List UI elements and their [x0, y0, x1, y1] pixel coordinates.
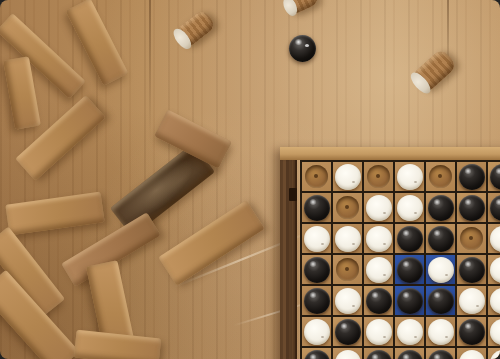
white-piece — [490, 350, 500, 359]
black-piece — [304, 288, 330, 314]
black-piece — [459, 319, 485, 345]
black-piece — [459, 164, 485, 190]
wood-block — [73, 330, 160, 359]
photo-scene — [0, 0, 500, 359]
empty-hole — [429, 165, 452, 188]
board-cell[interactable] — [302, 162, 331, 191]
board-cell[interactable] — [302, 348, 331, 359]
white-piece — [490, 288, 500, 314]
board-cell[interactable] — [302, 193, 331, 222]
board-frame-left — [280, 157, 297, 359]
empty-hole — [460, 227, 483, 250]
white-piece — [490, 226, 500, 252]
board-cell[interactable] — [333, 193, 362, 222]
black-piece — [335, 319, 361, 345]
white-piece — [366, 257, 392, 283]
board-hinge-notch — [289, 188, 297, 201]
board-cell[interactable] — [488, 255, 500, 284]
wood-block — [5, 191, 104, 235]
board-frame-top-edge — [280, 147, 500, 160]
board-cell[interactable] — [333, 255, 362, 284]
white-piece — [335, 288, 361, 314]
white-piece — [335, 350, 361, 359]
black-piece — [490, 164, 500, 190]
board-cell[interactable] — [457, 348, 486, 359]
board-cell[interactable] — [426, 255, 455, 284]
board-cell[interactable] — [488, 193, 500, 222]
board-cell[interactable] — [302, 317, 331, 346]
wood-cylinder — [410, 48, 457, 94]
board-cell[interactable] — [457, 286, 486, 315]
black-piece — [304, 350, 330, 359]
white-piece — [335, 164, 361, 190]
black-piece — [397, 226, 423, 252]
white-piece — [397, 195, 423, 221]
board-cell[interactable] — [333, 162, 362, 191]
black-piece — [428, 195, 454, 221]
board-cell[interactable] — [302, 286, 331, 315]
board-cell[interactable] — [364, 193, 393, 222]
white-piece — [366, 195, 392, 221]
white-piece — [428, 319, 454, 345]
black-piece — [459, 257, 485, 283]
board-cell[interactable] — [488, 317, 500, 346]
board-cell[interactable] — [395, 255, 424, 284]
white-piece — [459, 288, 485, 314]
wood-cylinder — [173, 9, 216, 50]
board-cell[interactable] — [302, 224, 331, 253]
black-piece — [397, 257, 423, 283]
black-piece — [490, 195, 500, 221]
white-piece — [459, 350, 485, 359]
board-cell[interactable] — [457, 317, 486, 346]
black-piece — [366, 288, 392, 314]
wood-cylinder — [284, 0, 321, 16]
white-piece — [304, 226, 330, 252]
board-cell[interactable] — [364, 286, 393, 315]
board-cell[interactable] — [488, 162, 500, 191]
black-piece — [428, 288, 454, 314]
board-cell[interactable] — [395, 224, 424, 253]
black-piece — [459, 195, 485, 221]
black-piece — [428, 350, 454, 359]
board-cell[interactable] — [333, 348, 362, 359]
plank-seam — [447, 0, 449, 90]
black-piece — [397, 288, 423, 314]
board-cell[interactable] — [457, 224, 486, 253]
cylinder-end-cap — [407, 69, 433, 96]
cylinder-end-cap — [170, 26, 194, 52]
black-piece — [304, 257, 330, 283]
cylinder-end-cap — [281, 0, 300, 18]
board-cell[interactable] — [395, 162, 424, 191]
white-piece — [366, 319, 392, 345]
black-piece — [428, 226, 454, 252]
board-cell[interactable] — [333, 224, 362, 253]
board-cell[interactable] — [426, 286, 455, 315]
board-cell[interactable] — [426, 193, 455, 222]
white-piece — [397, 164, 423, 190]
board-cell[interactable] — [395, 286, 424, 315]
board-cell[interactable] — [364, 224, 393, 253]
white-piece — [304, 319, 330, 345]
board-cell[interactable] — [395, 317, 424, 346]
loose-black-piece — [289, 35, 316, 62]
board-cell[interactable] — [488, 348, 500, 359]
black-piece — [366, 350, 392, 359]
board-cell[interactable] — [395, 193, 424, 222]
board-cell[interactable] — [364, 348, 393, 359]
board-cell[interactable] — [364, 255, 393, 284]
board-cell[interactable] — [364, 317, 393, 346]
board-cell[interactable] — [364, 162, 393, 191]
empty-hole — [367, 165, 390, 188]
empty-hole — [336, 258, 359, 281]
board-cell[interactable] — [457, 162, 486, 191]
board-cell[interactable] — [395, 348, 424, 359]
board-cell[interactable] — [457, 255, 486, 284]
board-cell[interactable] — [426, 348, 455, 359]
othello-board-grid — [300, 160, 500, 359]
white-piece — [490, 319, 500, 345]
board-cell[interactable] — [333, 317, 362, 346]
empty-hole — [336, 196, 359, 219]
board-cell[interactable] — [426, 162, 455, 191]
board-cell[interactable] — [426, 317, 455, 346]
board-cell[interactable] — [488, 286, 500, 315]
white-piece — [490, 257, 500, 283]
white-piece — [335, 226, 361, 252]
white-piece — [428, 257, 454, 283]
plank-seam — [149, 0, 151, 140]
white-piece — [397, 319, 423, 345]
board-cell[interactable] — [488, 224, 500, 253]
board-cell[interactable] — [302, 255, 331, 284]
black-piece — [397, 350, 423, 359]
white-piece — [366, 226, 392, 252]
empty-hole — [305, 165, 328, 188]
board-cell[interactable] — [457, 193, 486, 222]
board-cell[interactable] — [426, 224, 455, 253]
black-piece — [304, 195, 330, 221]
othello-board — [280, 147, 500, 359]
board-cell[interactable] — [333, 286, 362, 315]
